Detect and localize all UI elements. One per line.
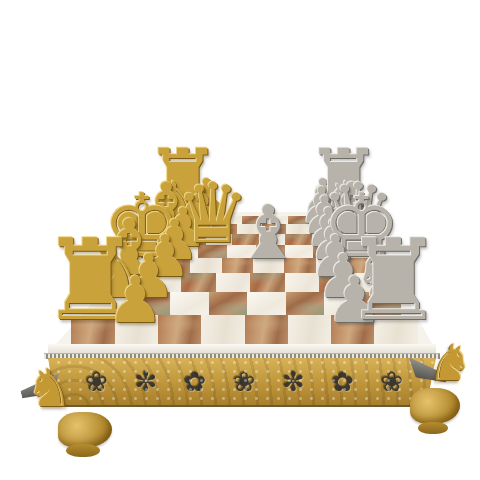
piece-silver-rook-h8: ♜ [343, 224, 444, 336]
pieces-layer: ♜♞♝♚♝♞♜♟♟♟♟♟♟♟♟♛♝♟♟♟♟♟♟♟♟♜♞♚♛♝♞♜ [0, 0, 480, 480]
chess-set-photo: ✿ ❀ ✼ ✿ ❀ ✼ ✿ ❀ ✼ ✿ ❀ ✼ ✿ ❀ ✼ ✿ ❀ ✼ ✿ ❀ … [0, 0, 480, 480]
piece-silver-bishop-e5: ♝ [235, 196, 301, 270]
piece-gold-pawn-h2: ♟ [107, 269, 164, 333]
